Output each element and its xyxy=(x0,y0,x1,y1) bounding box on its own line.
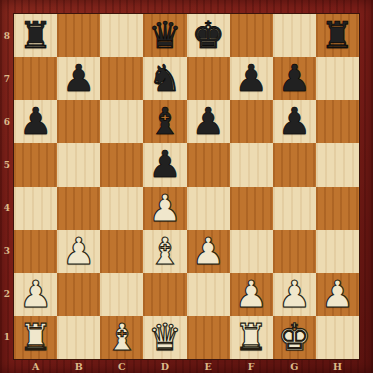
file-label-e: E xyxy=(187,359,230,373)
piece-black-pawn[interactable]: ♟ xyxy=(235,57,268,100)
square-a4[interactable] xyxy=(14,187,57,230)
piece-black-knight[interactable]: ♞ xyxy=(148,57,181,100)
piece-black-pawn[interactable]: ♟ xyxy=(62,57,95,100)
square-c2[interactable] xyxy=(100,273,143,316)
piece-white-bishop[interactable]: ♝ xyxy=(148,230,181,273)
piece-white-rook[interactable]: ♜ xyxy=(235,316,268,359)
square-c3[interactable] xyxy=(100,230,143,273)
square-a8[interactable]: ♜ xyxy=(14,14,57,57)
square-b3[interactable]: ♟ xyxy=(57,230,100,273)
square-f2[interactable]: ♟ xyxy=(230,273,273,316)
square-g6[interactable]: ♟ xyxy=(273,100,316,143)
square-h2[interactable]: ♟ xyxy=(316,273,359,316)
square-e2[interactable] xyxy=(187,273,230,316)
square-d5[interactable]: ♟ xyxy=(143,143,186,186)
square-h1[interactable] xyxy=(316,316,359,359)
square-c8[interactable] xyxy=(100,14,143,57)
square-h8[interactable]: ♜ xyxy=(316,14,359,57)
square-c6[interactable] xyxy=(100,100,143,143)
square-f4[interactable] xyxy=(230,187,273,230)
square-b4[interactable] xyxy=(57,187,100,230)
piece-black-pawn[interactable]: ♟ xyxy=(278,57,311,100)
square-f1[interactable]: ♜ xyxy=(230,316,273,359)
piece-white-queen[interactable]: ♛ xyxy=(148,316,181,359)
rank-label-4: 4 xyxy=(0,187,14,230)
square-h5[interactable] xyxy=(316,143,359,186)
square-g8[interactable] xyxy=(273,14,316,57)
square-b6[interactable] xyxy=(57,100,100,143)
square-a1[interactable]: ♜ xyxy=(14,316,57,359)
square-h4[interactable] xyxy=(316,187,359,230)
square-g2[interactable]: ♟ xyxy=(273,273,316,316)
square-c5[interactable] xyxy=(100,143,143,186)
piece-white-pawn[interactable]: ♟ xyxy=(19,273,52,316)
rank-label-5: 5 xyxy=(0,143,14,186)
file-label-a: A xyxy=(14,359,57,373)
piece-white-pawn[interactable]: ♟ xyxy=(278,273,311,316)
square-d1[interactable]: ♛ xyxy=(143,316,186,359)
piece-white-pawn[interactable]: ♟ xyxy=(191,230,224,273)
piece-black-king[interactable]: ♚ xyxy=(191,14,224,57)
square-d6[interactable]: ♝ xyxy=(143,100,186,143)
square-g4[interactable] xyxy=(273,187,316,230)
square-g3[interactable] xyxy=(273,230,316,273)
square-d7[interactable]: ♞ xyxy=(143,57,186,100)
square-f8[interactable] xyxy=(230,14,273,57)
square-h3[interactable] xyxy=(316,230,359,273)
square-e4[interactable] xyxy=(187,187,230,230)
square-a3[interactable] xyxy=(14,230,57,273)
square-e1[interactable] xyxy=(187,316,230,359)
file-label-b: B xyxy=(57,359,100,373)
piece-white-pawn[interactable]: ♟ xyxy=(235,273,268,316)
file-label-g: G xyxy=(273,359,316,373)
rank-label-1: 1 xyxy=(0,316,14,359)
piece-black-rook[interactable]: ♜ xyxy=(19,14,52,57)
square-d8[interactable]: ♛ xyxy=(143,14,186,57)
square-g7[interactable]: ♟ xyxy=(273,57,316,100)
piece-black-bishop[interactable]: ♝ xyxy=(148,100,181,143)
piece-white-pawn[interactable]: ♟ xyxy=(148,187,181,230)
square-f3[interactable] xyxy=(230,230,273,273)
piece-white-pawn[interactable]: ♟ xyxy=(62,230,95,273)
piece-black-pawn[interactable]: ♟ xyxy=(148,143,181,186)
rank-label-3: 3 xyxy=(0,230,14,273)
chess-board-frame: 87654321 ABCDEFGH ♜♛♚♜♟♞♟♟♟♝♟♟♟♟♟♝♟♟♟♟♟♜… xyxy=(0,0,373,373)
square-d3[interactable]: ♝ xyxy=(143,230,186,273)
piece-black-queen[interactable]: ♛ xyxy=(148,14,181,57)
square-g1[interactable]: ♚ xyxy=(273,316,316,359)
square-f6[interactable] xyxy=(230,100,273,143)
file-label-h: H xyxy=(316,359,359,373)
piece-black-pawn[interactable]: ♟ xyxy=(278,100,311,143)
square-c7[interactable] xyxy=(100,57,143,100)
square-e3[interactable]: ♟ xyxy=(187,230,230,273)
square-e7[interactable] xyxy=(187,57,230,100)
rank-labels: 87654321 xyxy=(0,14,14,359)
square-a7[interactable] xyxy=(14,57,57,100)
piece-black-rook[interactable]: ♜ xyxy=(321,14,354,57)
square-b5[interactable] xyxy=(57,143,100,186)
square-a5[interactable] xyxy=(14,143,57,186)
rank-label-7: 7 xyxy=(0,57,14,100)
rank-label-2: 2 xyxy=(0,273,14,316)
piece-white-king[interactable]: ♚ xyxy=(278,316,311,359)
square-c1[interactable]: ♝ xyxy=(100,316,143,359)
piece-black-pawn[interactable]: ♟ xyxy=(19,100,52,143)
square-d4[interactable]: ♟ xyxy=(143,187,186,230)
square-e8[interactable]: ♚ xyxy=(187,14,230,57)
chess-board: ♜♛♚♜♟♞♟♟♟♝♟♟♟♟♟♝♟♟♟♟♟♜♝♛♜♚ xyxy=(14,14,359,359)
square-b2[interactable] xyxy=(57,273,100,316)
square-h6[interactable] xyxy=(316,100,359,143)
rank-label-8: 8 xyxy=(0,14,14,57)
file-labels: ABCDEFGH xyxy=(14,359,359,373)
square-b8[interactable] xyxy=(57,14,100,57)
piece-white-bishop[interactable]: ♝ xyxy=(105,316,138,359)
square-a2[interactable]: ♟ xyxy=(14,273,57,316)
square-g5[interactable] xyxy=(273,143,316,186)
square-a6[interactable]: ♟ xyxy=(14,100,57,143)
file-label-f: F xyxy=(230,359,273,373)
piece-white-pawn[interactable]: ♟ xyxy=(321,273,354,316)
square-f5[interactable] xyxy=(230,143,273,186)
file-label-d: D xyxy=(143,359,186,373)
square-b1[interactable] xyxy=(57,316,100,359)
square-c4[interactable] xyxy=(100,187,143,230)
square-e6[interactable]: ♟ xyxy=(187,100,230,143)
piece-black-pawn[interactable]: ♟ xyxy=(191,100,224,143)
rank-label-6: 6 xyxy=(0,100,14,143)
square-h7[interactable] xyxy=(316,57,359,100)
square-f7[interactable]: ♟ xyxy=(230,57,273,100)
square-b7[interactable]: ♟ xyxy=(57,57,100,100)
square-d2[interactable] xyxy=(143,273,186,316)
file-label-c: C xyxy=(100,359,143,373)
piece-white-rook[interactable]: ♜ xyxy=(19,316,52,359)
square-e5[interactable] xyxy=(187,143,230,186)
